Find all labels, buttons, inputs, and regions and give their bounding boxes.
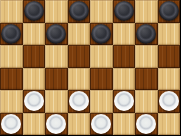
black-checker-piece[interactable] <box>24 1 44 21</box>
white-checker-piece[interactable] <box>1 114 21 134</box>
square-r2c1[interactable] <box>23 45 46 68</box>
square-r1c3 <box>68 23 91 46</box>
square-r1c0[interactable] <box>0 23 23 46</box>
square-r0c5[interactable] <box>113 0 136 23</box>
square-r2c6 <box>135 45 158 68</box>
square-r4c1[interactable] <box>23 90 46 113</box>
square-r3c6[interactable] <box>135 68 158 91</box>
square-r0c0 <box>0 0 23 23</box>
white-checker-piece[interactable] <box>24 91 44 111</box>
square-r0c6 <box>135 0 158 23</box>
black-checker-piece[interactable] <box>91 24 111 44</box>
square-r4c5[interactable] <box>113 90 136 113</box>
square-r5c2[interactable] <box>45 113 68 136</box>
square-r0c2 <box>45 0 68 23</box>
white-checker-piece[interactable] <box>159 91 179 111</box>
square-r1c7 <box>158 23 181 46</box>
square-r4c4 <box>90 90 113 113</box>
checkers-board <box>0 0 180 135</box>
square-r1c6[interactable] <box>135 23 158 46</box>
black-checker-piece[interactable] <box>1 24 21 44</box>
black-checker-piece[interactable] <box>69 1 89 21</box>
square-r5c1 <box>23 113 46 136</box>
white-checker-piece[interactable] <box>136 114 156 134</box>
square-r3c1 <box>23 68 46 91</box>
square-r2c5[interactable] <box>113 45 136 68</box>
black-checker-piece[interactable] <box>159 1 179 21</box>
square-r5c0[interactable] <box>0 113 23 136</box>
square-r4c6 <box>135 90 158 113</box>
square-r0c4 <box>90 0 113 23</box>
black-checker-piece[interactable] <box>114 1 134 21</box>
black-checker-piece[interactable] <box>136 24 156 44</box>
square-r3c4[interactable] <box>90 68 113 91</box>
white-checker-piece[interactable] <box>69 91 89 111</box>
black-checker-piece[interactable] <box>46 24 66 44</box>
white-checker-piece[interactable] <box>114 91 134 111</box>
square-r2c4 <box>90 45 113 68</box>
square-r5c7 <box>158 113 181 136</box>
square-r3c0[interactable] <box>0 68 23 91</box>
square-r5c4[interactable] <box>90 113 113 136</box>
white-checker-piece[interactable] <box>91 114 111 134</box>
square-r0c1[interactable] <box>23 0 46 23</box>
square-r4c3[interactable] <box>68 90 91 113</box>
square-r0c7[interactable] <box>158 0 181 23</box>
white-checker-piece[interactable] <box>46 114 66 134</box>
square-r2c7[interactable] <box>158 45 181 68</box>
square-r2c3[interactable] <box>68 45 91 68</box>
square-r0c3[interactable] <box>68 0 91 23</box>
square-r3c7 <box>158 68 181 91</box>
square-r3c3 <box>68 68 91 91</box>
square-r4c7[interactable] <box>158 90 181 113</box>
square-r1c4[interactable] <box>90 23 113 46</box>
square-r1c5 <box>113 23 136 46</box>
square-r1c2[interactable] <box>45 23 68 46</box>
square-r2c2 <box>45 45 68 68</box>
square-r3c2[interactable] <box>45 68 68 91</box>
square-r4c2 <box>45 90 68 113</box>
square-r3c5 <box>113 68 136 91</box>
square-r4c0 <box>0 90 23 113</box>
square-r2c0 <box>0 45 23 68</box>
square-r5c6[interactable] <box>135 113 158 136</box>
square-r5c3 <box>68 113 91 136</box>
square-r5c5 <box>113 113 136 136</box>
square-r1c1 <box>23 23 46 46</box>
